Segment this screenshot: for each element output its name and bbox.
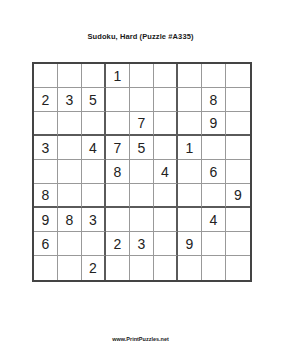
cell-r4c1: 3 — [34, 136, 58, 160]
cell-r1c7 — [178, 64, 202, 88]
cell-r6c9: 9 — [226, 184, 250, 208]
cell-r2c5 — [130, 88, 154, 112]
cell-r9c7 — [178, 256, 202, 280]
cell-r3c1 — [34, 112, 58, 136]
cell-r8c5: 3 — [130, 232, 154, 256]
footer-url: www.PrintPuzzles.net — [0, 336, 281, 342]
cell-r6c1: 8 — [34, 184, 58, 208]
cell-r3c5: 7 — [130, 112, 154, 136]
cell-r8c7: 9 — [178, 232, 202, 256]
cell-r1c5 — [130, 64, 154, 88]
cell-r2c1: 2 — [34, 88, 58, 112]
cell-r9c4 — [106, 256, 130, 280]
cell-r3c2 — [58, 112, 82, 136]
cell-r1c8 — [202, 64, 226, 88]
cell-r9c1 — [34, 256, 58, 280]
cell-r8c9 — [226, 232, 250, 256]
cell-r4c6 — [154, 136, 178, 160]
cell-r1c2 — [58, 64, 82, 88]
cell-r5c6: 4 — [154, 160, 178, 184]
cell-r5c7 — [178, 160, 202, 184]
cell-r9c2 — [58, 256, 82, 280]
cell-r7c3: 3 — [82, 208, 106, 232]
cell-r5c8: 6 — [202, 160, 226, 184]
cell-r6c2 — [58, 184, 82, 208]
cell-r2c2: 3 — [58, 88, 82, 112]
cell-r4c2 — [58, 136, 82, 160]
cell-r7c8: 4 — [202, 208, 226, 232]
cell-r7c2: 8 — [58, 208, 82, 232]
cell-r3c4 — [106, 112, 130, 136]
cell-r5c1 — [34, 160, 58, 184]
cell-r1c9 — [226, 64, 250, 88]
cell-r6c4 — [106, 184, 130, 208]
cell-r3c3 — [82, 112, 106, 136]
puzzle-title: Sudoku, Hard (Puzzle #A335) — [0, 32, 281, 41]
cell-r1c3 — [82, 64, 106, 88]
cell-r8c1: 6 — [34, 232, 58, 256]
cell-r9c6 — [154, 256, 178, 280]
cell-r6c5 — [130, 184, 154, 208]
cell-r2c9 — [226, 88, 250, 112]
cell-r4c8 — [202, 136, 226, 160]
sudoku-board: 12358793475184689983462392 — [32, 62, 252, 282]
cell-r9c3: 2 — [82, 256, 106, 280]
cell-r1c6 — [154, 64, 178, 88]
cell-r2c3: 5 — [82, 88, 106, 112]
cell-r1c4: 1 — [106, 64, 130, 88]
cell-r4c7: 1 — [178, 136, 202, 160]
cell-r3c8: 9 — [202, 112, 226, 136]
cell-r6c3 — [82, 184, 106, 208]
cell-r7c5 — [130, 208, 154, 232]
cell-r4c9 — [226, 136, 250, 160]
cell-r9c5 — [130, 256, 154, 280]
cell-r7c7 — [178, 208, 202, 232]
cell-r7c6 — [154, 208, 178, 232]
cell-r4c4: 7 — [106, 136, 130, 160]
cell-r7c4 — [106, 208, 130, 232]
cell-r4c3: 4 — [82, 136, 106, 160]
cell-r8c4: 2 — [106, 232, 130, 256]
cell-r5c2 — [58, 160, 82, 184]
cell-r5c3 — [82, 160, 106, 184]
cell-r7c9 — [226, 208, 250, 232]
cell-r3c9 — [226, 112, 250, 136]
cell-r8c2 — [58, 232, 82, 256]
cell-r3c6 — [154, 112, 178, 136]
cell-r3c7 — [178, 112, 202, 136]
cell-r5c4: 8 — [106, 160, 130, 184]
cell-r6c6 — [154, 184, 178, 208]
cell-r5c5 — [130, 160, 154, 184]
cell-r4c5: 5 — [130, 136, 154, 160]
cell-r2c8: 8 — [202, 88, 226, 112]
cell-r8c6 — [154, 232, 178, 256]
cell-r2c7 — [178, 88, 202, 112]
cell-r7c1: 9 — [34, 208, 58, 232]
cell-r6c8 — [202, 184, 226, 208]
cell-r8c3 — [82, 232, 106, 256]
cell-r1c1 — [34, 64, 58, 88]
cell-r8c8 — [202, 232, 226, 256]
cell-r2c4 — [106, 88, 130, 112]
cell-r6c7 — [178, 184, 202, 208]
cell-r9c8 — [202, 256, 226, 280]
cell-r2c6 — [154, 88, 178, 112]
cell-r9c9 — [226, 256, 250, 280]
cell-r5c9 — [226, 160, 250, 184]
sudoku-print-page: Sudoku, Hard (Puzzle #A335) 123587934751… — [0, 0, 281, 363]
